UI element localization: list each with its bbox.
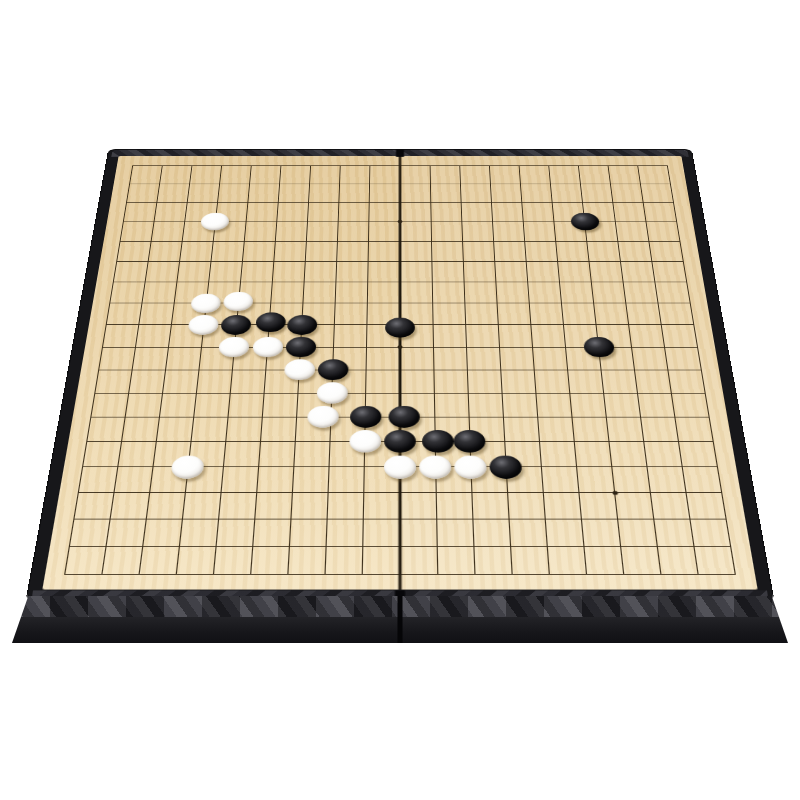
grid-cell — [363, 492, 399, 519]
grid-cell — [431, 241, 463, 261]
grid-cell — [399, 492, 435, 519]
grid-cell — [657, 546, 698, 574]
grid-cell — [179, 519, 218, 546]
grid-cell — [306, 222, 338, 242]
grid-cell — [645, 222, 679, 242]
grid-cell — [400, 184, 430, 203]
grid-cell — [327, 492, 364, 519]
grid-cell — [260, 417, 296, 442]
grid-cell — [305, 241, 337, 261]
grid-cell — [634, 369, 671, 392]
grid-cell — [462, 241, 494, 261]
grid-cell — [369, 202, 400, 221]
grid-cell — [459, 165, 490, 183]
grid-cell — [145, 261, 180, 282]
grid-cell — [620, 261, 655, 282]
product-photo — [0, 0, 800, 800]
grid-cell — [221, 466, 259, 492]
grid-cell — [292, 466, 329, 492]
grid-cell — [435, 492, 472, 519]
grid-cell — [250, 546, 289, 574]
grid-cell — [643, 202, 677, 221]
grid-cell — [472, 519, 510, 546]
grid-cell — [532, 347, 567, 370]
grid-cell — [325, 546, 363, 574]
grid-cell — [650, 492, 690, 519]
grid-cell — [246, 202, 278, 221]
grid-cell — [156, 417, 194, 442]
grid-cell — [497, 325, 531, 347]
grid-cell — [620, 546, 660, 574]
grid-cell — [182, 492, 221, 519]
grid-cell — [289, 519, 327, 546]
grid-cell — [138, 303, 173, 325]
grid-cell — [508, 519, 546, 546]
grid-cell — [499, 347, 534, 370]
grid-cell — [586, 241, 620, 261]
grid-cell — [339, 165, 369, 183]
grid-cell — [121, 417, 159, 442]
grid-cell — [622, 282, 657, 303]
grid-cell — [274, 241, 307, 261]
grid-cell — [165, 347, 201, 370]
grid-cell — [651, 261, 686, 282]
grid-cell — [366, 369, 400, 392]
grid-cell — [466, 369, 501, 392]
grid-cell — [399, 369, 433, 392]
grid-cell — [255, 492, 293, 519]
grid-cell — [646, 466, 685, 492]
grid-cell — [219, 165, 251, 183]
grid-cell — [550, 184, 582, 203]
grid-cell — [432, 325, 465, 347]
grid-cell — [657, 303, 693, 325]
grid-cell — [571, 417, 608, 442]
grid-cell — [467, 393, 502, 417]
grid-cell — [223, 441, 260, 466]
board-frame — [27, 150, 773, 600]
grid-cell — [191, 417, 228, 442]
grid-cell — [271, 282, 304, 303]
grid-cell — [279, 165, 310, 183]
grid-cell — [288, 546, 326, 574]
grid-cell — [217, 184, 249, 203]
grid-cell — [600, 369, 636, 392]
grid-cell — [628, 325, 664, 347]
grid-cell — [606, 417, 643, 442]
grid-cell — [189, 165, 221, 183]
grid-cell — [465, 325, 499, 347]
grid-cell — [661, 325, 697, 347]
grid-cell — [653, 519, 693, 546]
grid-cell — [142, 282, 177, 303]
grid-cell — [240, 261, 273, 282]
grid-cell — [430, 202, 461, 221]
grid-cell — [640, 417, 678, 442]
grid-cell — [211, 241, 244, 261]
grid-cell — [569, 393, 606, 417]
grid-cell — [179, 241, 213, 261]
grid-cell — [591, 282, 626, 303]
grid-cell — [460, 202, 491, 221]
grid-cell — [433, 347, 467, 370]
board-face — [42, 156, 757, 589]
grid-cell — [148, 241, 182, 261]
grid-cell — [654, 282, 689, 303]
grid-cell — [120, 222, 154, 242]
grid-cell — [64, 546, 105, 574]
grid-cell — [228, 393, 264, 417]
grid-cell — [522, 222, 555, 242]
grid-cell — [196, 369, 232, 392]
grid-cell — [262, 393, 298, 417]
grid-cell — [275, 222, 307, 242]
grid-cell — [291, 492, 328, 519]
grid-cell — [540, 466, 578, 492]
grid-cell — [253, 519, 291, 546]
grid-cell — [518, 165, 549, 183]
grid-cell — [338, 202, 369, 221]
grid-cell — [500, 369, 535, 392]
scene — [0, 0, 800, 800]
grid-cell — [154, 202, 187, 221]
grid-cell — [82, 441, 121, 466]
grid-cell — [400, 222, 431, 242]
grid-cell — [368, 241, 399, 261]
grid-cell — [489, 165, 520, 183]
grid-cell — [69, 519, 110, 546]
grid-cell — [101, 546, 142, 574]
grid-cell — [608, 441, 646, 466]
grid-cell — [272, 261, 305, 282]
grid-cell — [637, 165, 670, 183]
grid-cell — [544, 519, 583, 546]
grid-cell — [617, 241, 651, 261]
white-stone — [454, 455, 487, 478]
grid-cell — [501, 393, 537, 417]
black-stone — [489, 455, 522, 478]
grid-cell — [615, 222, 649, 242]
grid-cell — [431, 282, 464, 303]
grid-cell — [466, 347, 500, 370]
grid-cell — [90, 393, 128, 417]
star-point — [398, 220, 403, 223]
grid-cell — [132, 347, 168, 370]
hinge-notch-top — [396, 150, 404, 157]
grid-cell — [400, 202, 431, 221]
grid-cell — [244, 222, 277, 242]
white-stone — [384, 455, 416, 478]
grid-cell — [337, 222, 368, 242]
go-board — [27, 150, 773, 600]
grid-cell — [546, 546, 585, 574]
grid-cell — [631, 347, 667, 370]
grid-cell — [109, 282, 144, 303]
grid-cell — [129, 165, 162, 183]
grid-cell — [399, 546, 436, 574]
grid-cell — [258, 441, 295, 466]
grid-cell — [142, 519, 182, 546]
grid-cell — [176, 546, 216, 574]
grid-cell — [369, 184, 399, 203]
grid-cell — [146, 492, 185, 519]
grid-cell — [177, 261, 211, 282]
grid-cell — [525, 261, 558, 282]
grid-cell — [399, 347, 432, 370]
grid-cell — [436, 519, 473, 546]
grid-cell — [366, 347, 399, 370]
grid-cell — [151, 222, 185, 242]
grid-cell — [123, 202, 157, 221]
grid-cell — [400, 165, 430, 183]
grid-cell — [335, 282, 368, 303]
board-front-edge — [12, 596, 788, 643]
star-point — [397, 345, 402, 348]
grid-cell — [495, 282, 528, 303]
grid-cell — [106, 303, 142, 325]
grid-cell — [578, 492, 617, 519]
grid-cell — [559, 282, 593, 303]
grid-cell — [678, 441, 717, 466]
grid-cell — [78, 466, 118, 492]
grid-cell — [304, 261, 337, 282]
grid-cell — [308, 184, 339, 203]
grid-cell — [521, 202, 553, 221]
grid-cell — [507, 492, 545, 519]
black-stone — [384, 430, 416, 453]
grid-cell — [156, 184, 189, 203]
grid-cell — [567, 369, 603, 392]
grid-cell — [187, 184, 219, 203]
grid-cell — [611, 466, 650, 492]
grid-cell — [431, 261, 463, 282]
grid-area — [64, 165, 736, 574]
grid-cell — [640, 184, 673, 203]
grid-cell — [208, 261, 242, 282]
grid-cell — [430, 184, 461, 203]
grid-cell — [98, 347, 135, 370]
black-stone — [385, 318, 415, 338]
grid-cell — [573, 441, 611, 466]
grid-cell — [583, 546, 623, 574]
grid-cell — [535, 393, 571, 417]
grid-cell — [528, 303, 562, 325]
grid-cell — [671, 393, 709, 417]
grid-cell — [533, 369, 569, 392]
white-stone — [349, 430, 381, 453]
grid-cell — [561, 303, 596, 325]
grid-cell — [429, 165, 459, 183]
grid-cell — [496, 303, 530, 325]
black-stone — [454, 430, 486, 453]
grid-cell — [490, 184, 521, 203]
grid-cell — [309, 165, 340, 183]
grid-cell — [277, 202, 309, 221]
grid-cell — [612, 202, 645, 221]
grid-cell — [593, 303, 628, 325]
grid-cell — [436, 546, 474, 574]
grid-cell — [648, 241, 682, 261]
grid-cell — [400, 241, 431, 261]
grid-cell — [193, 393, 230, 417]
grid-cell — [524, 241, 557, 261]
grid-cell — [548, 165, 580, 183]
grid-cell — [213, 546, 252, 574]
black-stone — [389, 406, 420, 428]
grid-cell — [473, 546, 511, 574]
grid-cell — [336, 261, 368, 282]
grid-cell — [249, 165, 280, 183]
grid-cell — [527, 282, 561, 303]
grid-cell — [294, 441, 330, 466]
grid-cell — [578, 165, 610, 183]
grid-cell — [128, 369, 165, 392]
grid-cell — [135, 325, 171, 347]
grid-cell — [492, 222, 524, 242]
grid-cell — [689, 519, 730, 546]
grid-cell — [126, 184, 159, 203]
grid-cell — [460, 184, 491, 203]
grid-cell — [248, 184, 280, 203]
grid-cell — [463, 282, 496, 303]
grid-cell — [278, 184, 309, 203]
grid-cell — [493, 241, 526, 261]
grid-cell — [581, 519, 620, 546]
grid-cell — [334, 303, 367, 325]
grid-cell — [113, 261, 148, 282]
grid-cell — [369, 165, 399, 183]
grid-cell — [106, 519, 146, 546]
grid-cell — [333, 325, 366, 347]
grid-cell — [363, 519, 400, 546]
grid-cell — [625, 303, 660, 325]
grid-cell — [400, 261, 432, 282]
grid-cell — [471, 492, 508, 519]
grid-cell — [555, 241, 588, 261]
grid-cell — [114, 466, 153, 492]
grid-cell — [462, 261, 495, 282]
grid-cell — [685, 492, 725, 519]
grid-cell — [303, 282, 336, 303]
grid-cell — [494, 261, 527, 282]
grid-cell — [430, 222, 461, 242]
grid-cell — [491, 202, 523, 221]
grid-cell — [86, 417, 124, 442]
grid-cell — [539, 441, 576, 466]
grid-cell — [218, 492, 256, 519]
front-edge-hinge-gap — [398, 596, 403, 643]
grid-cell — [607, 165, 639, 183]
grid-cell — [617, 519, 657, 546]
grid-cell — [328, 466, 364, 492]
grid-cell — [216, 519, 255, 546]
white-stone — [419, 455, 451, 478]
grid-cell — [94, 369, 131, 392]
grid-cell — [399, 519, 436, 546]
grid-cell — [432, 303, 465, 325]
grid-cell — [580, 184, 612, 203]
grid-cell — [433, 369, 467, 392]
grid-cell — [368, 222, 399, 242]
star-point — [612, 491, 618, 495]
grid-cell — [159, 165, 191, 183]
grid-cell — [682, 466, 722, 492]
grid-cell — [242, 241, 275, 261]
grid-cell — [230, 369, 266, 392]
grid-cell — [433, 393, 468, 417]
grid-cell — [557, 261, 591, 282]
grid-cell — [337, 241, 369, 261]
grid-cell — [542, 492, 580, 519]
grid-cell — [162, 369, 198, 392]
grid-cell — [693, 546, 734, 574]
grid-cell — [537, 417, 574, 442]
grid-cell — [139, 546, 179, 574]
grid-cell — [576, 466, 614, 492]
grid-cell — [368, 261, 400, 282]
grid-cell — [637, 393, 674, 417]
grid-cell — [125, 393, 162, 417]
black-stone — [422, 430, 454, 453]
grid-cell — [257, 466, 294, 492]
grid-cell — [464, 303, 497, 325]
grid-cell — [603, 393, 640, 417]
grid-cell — [110, 492, 150, 519]
grid-cell — [73, 492, 113, 519]
grid-cell — [588, 261, 622, 282]
grid-cell — [614, 492, 653, 519]
grid-cell — [502, 417, 538, 442]
grid-cell — [362, 546, 399, 574]
grid-cell — [117, 441, 156, 466]
grid-cell — [643, 441, 682, 466]
grid-cell — [326, 519, 363, 546]
grid-cell — [664, 347, 701, 370]
grid-cell — [159, 393, 196, 417]
grid-cell — [530, 325, 565, 347]
grid-cell — [367, 282, 399, 303]
grid-cell — [520, 184, 552, 203]
grid-cell — [667, 369, 704, 392]
black-stone — [350, 406, 382, 428]
grid-cell — [339, 184, 370, 203]
grid-cell — [674, 417, 712, 442]
grid-cell — [510, 546, 549, 574]
grid-cell — [102, 325, 138, 347]
grid-cell — [116, 241, 150, 261]
grid-cell — [226, 417, 263, 442]
grid-cell — [461, 222, 493, 242]
grid-cell — [400, 282, 432, 303]
grid-cell — [307, 202, 338, 221]
grid-cell — [610, 184, 643, 203]
